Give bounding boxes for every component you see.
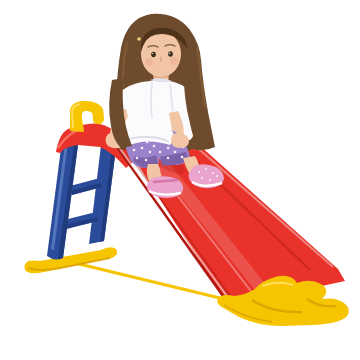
hairpin <box>137 37 141 41</box>
product-photo <box>0 0 360 360</box>
slide-scene <box>0 0 360 360</box>
cheek <box>145 58 153 66</box>
eye-glint <box>152 53 153 54</box>
eye-glint <box>169 53 170 54</box>
cheek <box>170 57 178 65</box>
eye <box>151 52 156 58</box>
eye <box>168 51 173 57</box>
